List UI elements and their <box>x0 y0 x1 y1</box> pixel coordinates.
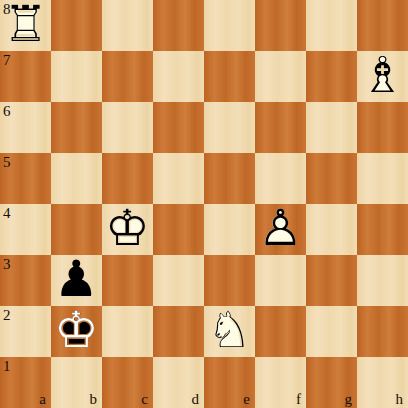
square-b8[interactable] <box>51 0 102 51</box>
file-label-f: f <box>296 392 301 407</box>
white-bishop[interactable]: ♝♗ <box>357 51 408 102</box>
square-f3[interactable] <box>255 255 306 306</box>
black-pawn-fill-glyph: ♟ <box>51 253 102 304</box>
square-h4[interactable] <box>357 204 408 255</box>
square-e4[interactable] <box>204 204 255 255</box>
square-c8[interactable] <box>102 0 153 51</box>
square-e5[interactable] <box>204 153 255 204</box>
square-g1[interactable]: g <box>306 357 357 408</box>
square-f5[interactable] <box>255 153 306 204</box>
square-g3[interactable] <box>306 255 357 306</box>
square-c5[interactable] <box>102 153 153 204</box>
square-b7[interactable] <box>51 51 102 102</box>
rank-label-6: 6 <box>3 104 11 119</box>
square-c4[interactable]: ♚♔ <box>102 204 153 255</box>
file-label-g: g <box>345 392 353 407</box>
square-b4[interactable] <box>51 204 102 255</box>
square-f6[interactable] <box>255 102 306 153</box>
square-f1[interactable]: f <box>255 357 306 408</box>
white-rook[interactable]: ♜♖ <box>0 0 51 51</box>
white-bishop-outline-glyph: ♗ <box>357 49 408 100</box>
white-pawn[interactable]: ♟♙ <box>255 204 306 255</box>
black-king[interactable]: ♚♔ <box>51 306 102 357</box>
file-label-d: d <box>192 392 200 407</box>
square-a7[interactable]: 7 <box>0 51 51 102</box>
square-c7[interactable] <box>102 51 153 102</box>
square-e8[interactable] <box>204 0 255 51</box>
rank-label-5: 5 <box>3 155 11 170</box>
black-pawn[interactable]: ♟ <box>51 255 102 306</box>
square-f2[interactable] <box>255 306 306 357</box>
square-f4[interactable]: ♟♙ <box>255 204 306 255</box>
white-king-outline-glyph: ♔ <box>102 202 153 253</box>
square-a8[interactable]: 8♜♖ <box>0 0 51 51</box>
square-e2[interactable]: ♞♘ <box>204 306 255 357</box>
square-h6[interactable] <box>357 102 408 153</box>
file-label-b: b <box>90 392 98 407</box>
square-d2[interactable] <box>153 306 204 357</box>
white-pawn-fill-glyph: ♟ <box>255 202 306 253</box>
file-label-c: c <box>141 392 148 407</box>
square-a1[interactable]: 1a <box>0 357 51 408</box>
square-a2[interactable]: 2 <box>0 306 51 357</box>
square-g8[interactable] <box>306 0 357 51</box>
square-b3[interactable]: ♟ <box>51 255 102 306</box>
white-knight-fill-glyph: ♞ <box>204 304 255 355</box>
square-a6[interactable]: 6 <box>0 102 51 153</box>
square-c6[interactable] <box>102 102 153 153</box>
white-pawn-outline-glyph: ♙ <box>255 202 306 253</box>
square-d1[interactable]: d <box>153 357 204 408</box>
square-d6[interactable] <box>153 102 204 153</box>
square-h1[interactable]: h <box>357 357 408 408</box>
rank-label-7: 7 <box>3 53 11 68</box>
square-e7[interactable] <box>204 51 255 102</box>
square-d8[interactable] <box>153 0 204 51</box>
file-label-e: e <box>243 392 250 407</box>
square-h5[interactable] <box>357 153 408 204</box>
square-g7[interactable] <box>306 51 357 102</box>
square-d7[interactable] <box>153 51 204 102</box>
rank-label-1: 1 <box>3 359 11 374</box>
black-king-fill-glyph: ♚ <box>51 304 102 355</box>
white-rook-outline-glyph: ♖ <box>0 0 51 49</box>
white-knight[interactable]: ♞♘ <box>204 306 255 357</box>
black-king-outline-glyph: ♔ <box>51 304 102 355</box>
square-h8[interactable] <box>357 0 408 51</box>
white-rook-fill-glyph: ♜ <box>0 0 51 49</box>
chess-board: 8♜♖7♝♗654♚♔♟♙3♟2♚♔♞♘1abcdefgh <box>0 0 408 408</box>
file-label-a: a <box>39 392 46 407</box>
rank-label-4: 4 <box>3 206 11 221</box>
square-c1[interactable]: c <box>102 357 153 408</box>
square-g6[interactable] <box>306 102 357 153</box>
square-g5[interactable] <box>306 153 357 204</box>
square-c3[interactable] <box>102 255 153 306</box>
square-b2[interactable]: ♚♔ <box>51 306 102 357</box>
square-b6[interactable] <box>51 102 102 153</box>
rank-label-2: 2 <box>3 308 11 323</box>
square-c2[interactable] <box>102 306 153 357</box>
white-bishop-fill-glyph: ♝ <box>357 49 408 100</box>
square-e6[interactable] <box>204 102 255 153</box>
square-a4[interactable]: 4 <box>0 204 51 255</box>
square-g4[interactable] <box>306 204 357 255</box>
square-f7[interactable] <box>255 51 306 102</box>
white-king-fill-glyph: ♚ <box>102 202 153 253</box>
square-h2[interactable] <box>357 306 408 357</box>
square-h7[interactable]: ♝♗ <box>357 51 408 102</box>
square-f8[interactable] <box>255 0 306 51</box>
square-d5[interactable] <box>153 153 204 204</box>
white-knight-outline-glyph: ♘ <box>204 304 255 355</box>
square-h3[interactable] <box>357 255 408 306</box>
square-d3[interactable] <box>153 255 204 306</box>
white-king[interactable]: ♚♔ <box>102 204 153 255</box>
square-a3[interactable]: 3 <box>0 255 51 306</box>
square-b1[interactable]: b <box>51 357 102 408</box>
rank-label-3: 3 <box>3 257 11 272</box>
file-label-h: h <box>396 392 404 407</box>
square-b5[interactable] <box>51 153 102 204</box>
square-e3[interactable] <box>204 255 255 306</box>
square-d4[interactable] <box>153 204 204 255</box>
square-g2[interactable] <box>306 306 357 357</box>
square-e1[interactable]: e <box>204 357 255 408</box>
square-a5[interactable]: 5 <box>0 153 51 204</box>
